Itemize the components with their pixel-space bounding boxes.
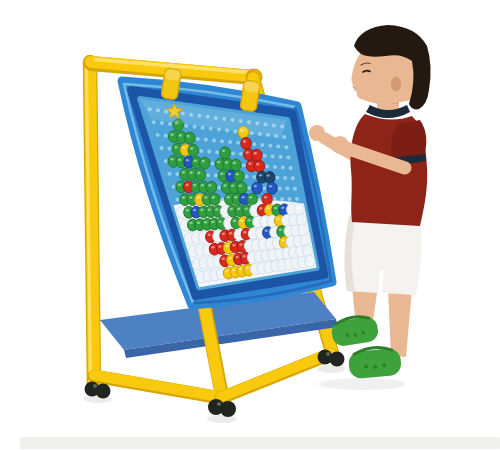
peg-hole [196, 137, 200, 141]
peg-highlight [244, 208, 247, 211]
peg-highlight [254, 152, 257, 155]
peg-highlight [186, 209, 189, 212]
peg-highlight [242, 255, 245, 258]
peg-hole [175, 172, 179, 176]
peg-highlight [222, 150, 225, 153]
peg-hole [285, 187, 289, 191]
peg-hole [283, 176, 287, 180]
peg-highlight [211, 246, 214, 249]
boy-ear [391, 77, 401, 92]
peg-highlight [182, 147, 185, 150]
wheel-highlight [217, 402, 221, 406]
peg-highlight [200, 209, 203, 212]
peg-hole [184, 124, 188, 128]
peg-highlight [246, 151, 249, 154]
peg-highlight [225, 270, 228, 273]
peg-highlight [201, 184, 204, 187]
peg-highlight [208, 184, 211, 187]
peg-hole [247, 186, 251, 190]
peg-highlight [186, 159, 189, 162]
peg-highlight [279, 228, 282, 231]
peg-hole [252, 175, 256, 179]
peg [195, 169, 205, 181]
peg-highlight [204, 196, 207, 199]
peg [305, 255, 315, 267]
peg-highlight [240, 219, 243, 222]
wheel [330, 352, 345, 367]
peg-highlight [208, 234, 211, 237]
peg-hole [211, 162, 215, 166]
peg [252, 149, 262, 161]
peg-highlight [217, 161, 220, 164]
peg-highlight [243, 140, 246, 143]
peg-highlight [247, 219, 250, 222]
peg-hole [212, 138, 216, 142]
peg [247, 193, 257, 205]
peg-hole [242, 163, 246, 167]
peg-hole [276, 145, 280, 149]
peg-highlight [234, 196, 237, 199]
peg-hole [287, 156, 291, 160]
peg-highlight [223, 184, 226, 187]
peg-highlight [170, 158, 173, 161]
peg-hole [168, 122, 172, 126]
peg-highlight [185, 184, 188, 187]
peg-highlight [189, 222, 192, 225]
peg-highlight [243, 231, 246, 234]
peg-highlight [212, 196, 215, 199]
peg-highlight [218, 245, 221, 248]
peg-hole [160, 121, 164, 125]
peg [210, 194, 220, 206]
peg [188, 145, 198, 157]
peg-hole [275, 176, 279, 180]
peg-hole [278, 186, 282, 190]
peg-highlight [189, 196, 192, 199]
peg-hole [295, 197, 299, 201]
peg-highlight [194, 159, 197, 162]
boy-shadow [318, 378, 406, 390]
peg-hole [280, 197, 284, 201]
peg-hole [204, 138, 208, 142]
peg-hole [220, 197, 224, 201]
peg-highlight [269, 185, 272, 188]
peg-highlight [249, 196, 252, 199]
peg-highlight [187, 135, 190, 138]
peg-highlight [222, 232, 225, 235]
peg [185, 132, 195, 144]
peg-hole [206, 173, 210, 177]
peg-highlight [215, 208, 218, 211]
peg-hole [282, 135, 286, 139]
peg-hole [260, 143, 264, 147]
peg-highlight [197, 221, 200, 224]
boy-near-fist [331, 136, 349, 154]
peg-hole [164, 134, 168, 138]
peg-highlight [236, 173, 239, 176]
peg-highlight [254, 185, 257, 188]
wheel [220, 401, 236, 417]
peg-highlight [232, 244, 235, 247]
peg-highlight [222, 258, 225, 261]
peg-hole [265, 165, 269, 169]
peg-highlight [236, 256, 239, 259]
peg-highlight [225, 245, 228, 248]
peg-highlight [189, 171, 192, 174]
peg [262, 193, 272, 205]
peg-highlight [178, 159, 181, 162]
peg-highlight [182, 196, 185, 199]
peg-hole [284, 145, 288, 149]
peg-highlight [264, 196, 267, 199]
peg-highlight [281, 207, 284, 210]
peg-highlight [233, 162, 236, 165]
peg-highlight [204, 221, 207, 224]
wheel-highlight [326, 352, 330, 356]
peg-highlight [276, 218, 279, 221]
peg [200, 157, 210, 169]
peg-highlight [230, 208, 233, 211]
peg-highlight [211, 221, 214, 224]
wheel [96, 384, 111, 399]
peg-highlight [239, 268, 242, 271]
peg-highlight [174, 146, 177, 149]
peg-hole [291, 176, 295, 180]
peg-hole [268, 144, 272, 148]
peg-highlight [179, 134, 182, 137]
peg-hole [236, 141, 240, 145]
peg-highlight [227, 196, 230, 199]
peg [267, 182, 277, 194]
peg [298, 224, 308, 236]
peg-highlight [190, 147, 193, 150]
wheel-shadow [317, 365, 345, 373]
peg-highlight [197, 196, 200, 199]
peg [265, 172, 275, 184]
peg-highlight [233, 220, 236, 223]
peg-highlight [170, 133, 173, 136]
peg [241, 138, 251, 150]
peg-hole [281, 166, 285, 170]
peg-highlight [265, 229, 268, 232]
peg-hole [220, 139, 224, 143]
peg [302, 245, 312, 257]
peg-highlight [178, 184, 181, 187]
wheel-highlight [93, 384, 97, 388]
peg-hole [214, 174, 218, 178]
peg [294, 204, 304, 216]
boy-shorts [345, 216, 422, 295]
wheel-shadow [207, 415, 237, 423]
peg-highlight [225, 161, 228, 164]
peg [231, 159, 241, 171]
peg-hole [207, 150, 211, 154]
peg-highlight [232, 269, 235, 272]
peg-hole [273, 165, 277, 169]
peg-highlight [218, 220, 221, 223]
peg-highlight [182, 171, 185, 174]
peg-hole [279, 155, 283, 159]
peg-highlight [256, 163, 259, 166]
peg-hole [231, 151, 235, 155]
peg-hole [172, 185, 176, 189]
peg-highlight [229, 232, 232, 235]
peg-highlight [241, 196, 244, 199]
peg-highlight [228, 173, 231, 176]
peg-hole [289, 166, 293, 170]
peg-hole [217, 185, 221, 189]
peg-hole [152, 120, 156, 124]
peg-highlight [193, 209, 196, 212]
peg-highlight [266, 207, 269, 210]
peg-hole [258, 197, 262, 201]
peg-highlight [259, 174, 262, 177]
peg-hole [168, 172, 172, 176]
peg-hole [271, 154, 275, 158]
peg-hole [168, 147, 172, 151]
peg-highlight [201, 160, 204, 163]
peg-highlight [266, 174, 269, 177]
floor-strip [20, 437, 500, 449]
peg-hole [273, 197, 277, 201]
peg-hole [156, 133, 160, 137]
peg-hole [263, 154, 267, 158]
peg [252, 182, 262, 194]
peg-highlight [208, 208, 211, 211]
product-photo [0, 0, 500, 450]
peg-highlight [239, 185, 242, 188]
peg [234, 170, 244, 182]
peg-highlight [281, 239, 284, 242]
peg-hole [263, 186, 267, 190]
peg-highlight [193, 184, 196, 187]
peg-hole [199, 149, 203, 153]
peg-highlight [259, 207, 262, 210]
peg-highlight [229, 257, 232, 260]
peg-hole [176, 198, 180, 202]
peg-highlight [237, 208, 240, 211]
peg [220, 147, 230, 159]
peg-hole [245, 175, 249, 179]
peg-highlight [246, 267, 249, 270]
peg-hole [228, 140, 232, 144]
boy-far-fist [309, 125, 325, 141]
peg-hole [215, 150, 219, 154]
peg-highlight [220, 173, 223, 176]
peg [206, 181, 216, 193]
peg-hole [288, 197, 292, 201]
peg-hole [160, 146, 164, 150]
peg-highlight [239, 243, 242, 246]
peg-hole [164, 159, 168, 163]
peg-hole [293, 187, 297, 191]
peg-highlight [197, 172, 200, 175]
peg-highlight [274, 207, 277, 210]
peg [254, 160, 264, 172]
peg-hole [252, 142, 256, 146]
peg-highlight [248, 163, 251, 166]
scene-svg [0, 0, 500, 450]
peg-hole [239, 152, 243, 156]
peg [237, 182, 247, 194]
peg-highlight [231, 184, 234, 187]
